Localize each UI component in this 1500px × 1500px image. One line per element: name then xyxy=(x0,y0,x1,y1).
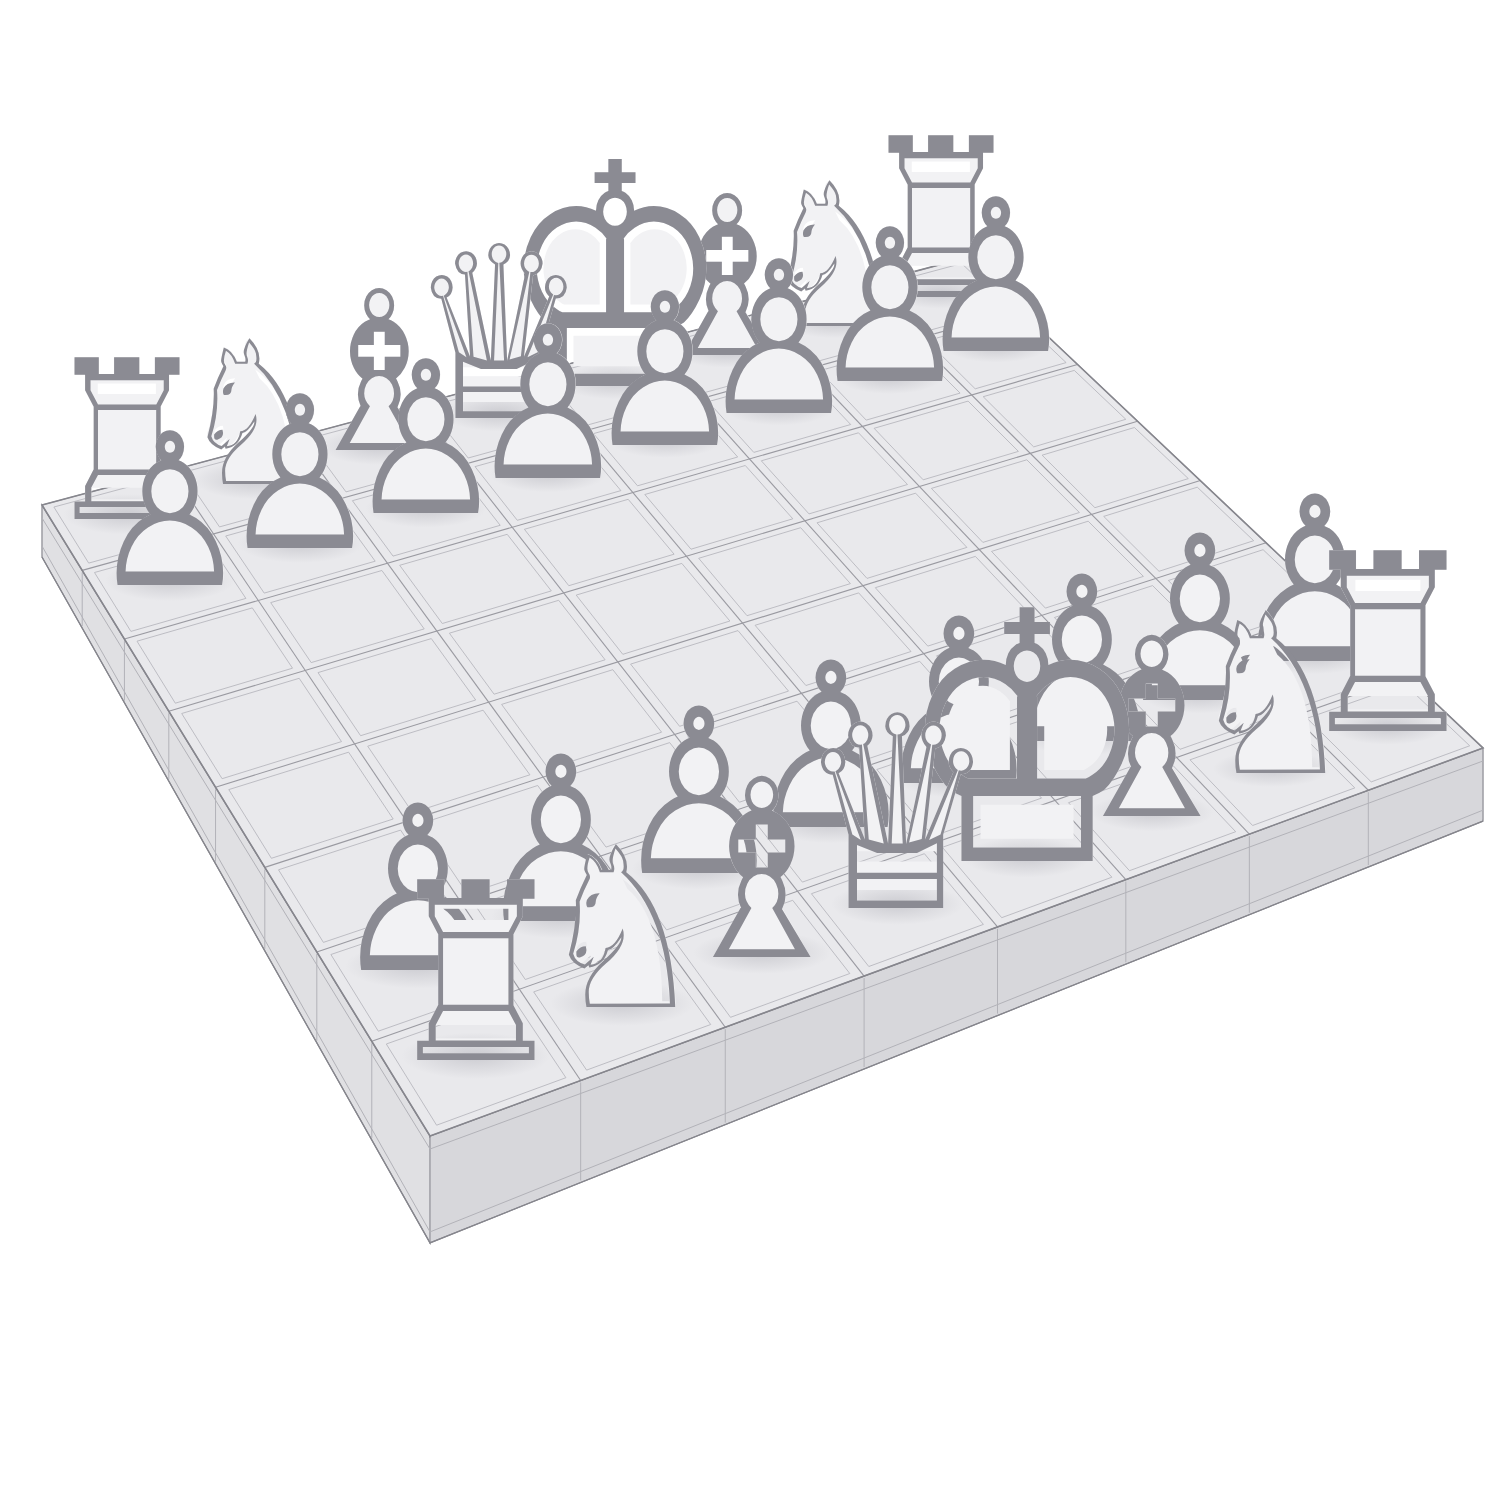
piece-outline-glyph: ♖ xyxy=(382,851,569,1099)
piece-outline-glyph: ♙ xyxy=(90,406,250,618)
pieces-layer: ♜♖♞♘♝♗♛♕♚♔♝♗♞♘♜♖♟♙♟♙♟♙♟♙♟♙♟♙♟♙♟♙♟♙♟♙♟♙♟♙… xyxy=(0,0,1500,1500)
chess-3d-render-viewport[interactable]: ♜♖♞♘♝♗♛♕♚♔♝♗♞♘♜♖♟♙♟♙♟♙♟♙♟♙♟♙♟♙♟♙♟♙♟♙♟♙♟♙… xyxy=(0,0,1500,1500)
